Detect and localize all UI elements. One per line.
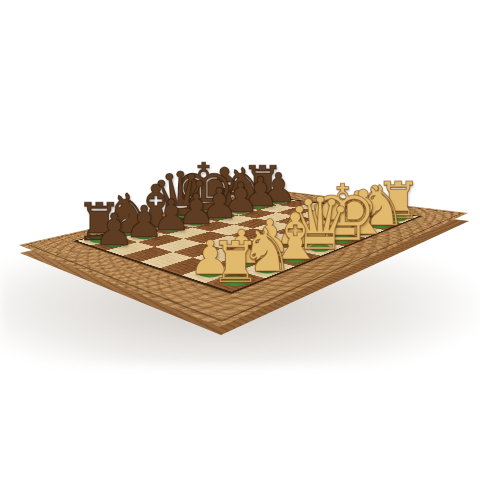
chess-set-photo: ♜♞♝♛♚♝♞♜♟♟♟♟♟♟♟♟♟♟♟♟♟♟♟♟♜♞♝♛♚♝♞♜ bbox=[0, 0, 480, 480]
